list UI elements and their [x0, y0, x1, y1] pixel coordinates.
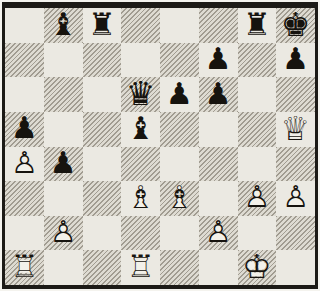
square-a8: [5, 8, 44, 43]
square-f4: [199, 147, 238, 182]
square-c2: [83, 216, 122, 251]
square-h6: [276, 77, 296, 112]
square-f2: ♟♙: [199, 216, 238, 251]
white-pawn-piece: ♟♙: [44, 216, 83, 251]
square-g8: ♜: [238, 8, 277, 43]
white-pawn-piece: ♟♙: [5, 147, 44, 182]
square-d5: ♝: [121, 112, 160, 147]
square-e2: [160, 216, 199, 251]
square-e4: [160, 147, 199, 182]
square-g7: [238, 43, 277, 78]
square-c5: [83, 112, 122, 147]
square-d6: ♛: [121, 77, 160, 112]
square-g3: ♟♙: [238, 181, 277, 216]
square-g1: ♚♔: [238, 250, 277, 285]
square-e7: [160, 43, 199, 78]
black-king-piece: ♚: [276, 8, 296, 43]
square-h4: [276, 147, 296, 182]
square-h8: ♚: [276, 8, 296, 43]
square-a5: ♟: [5, 112, 44, 147]
square-b8: ♝: [44, 8, 83, 43]
square-f7: ♟: [199, 43, 238, 78]
square-d7: [121, 43, 160, 78]
black-pawn-piece: ♟: [276, 43, 296, 78]
square-a3: [5, 181, 44, 216]
square-a6: [5, 77, 44, 112]
black-queen-piece: ♛: [121, 77, 160, 112]
square-a4: ♟♙: [5, 147, 44, 182]
square-c4: [83, 147, 122, 182]
square-h1: [276, 250, 296, 285]
square-f8: [199, 8, 238, 43]
square-h5: ♛♕: [276, 112, 296, 147]
black-pawn-piece: ♟: [199, 77, 238, 112]
white-rook-piece: ♜♖: [121, 250, 160, 285]
board-frame: ♝♜♜♚♟♟♛♟♟♟♝♛♕♟♙♟♝♗♝♗♟♙♟♙♟♙♟♙♜♖♜♖♚♔: [2, 2, 296, 289]
black-pawn-piece: ♟: [44, 147, 83, 182]
chess-diagram: ♝♜♜♚♟♟♛♟♟♟♝♛♕♟♙♟♝♗♝♗♟♙♟♙♟♙♟♙♜♖♜♖♚♔: [0, 0, 296, 291]
white-bishop-piece: ♝♗: [160, 181, 199, 216]
white-pawn-piece: ♟♙: [276, 181, 296, 216]
square-a7: [5, 43, 44, 78]
white-pawn-piece: ♟♙: [199, 216, 238, 251]
square-c1: [83, 250, 122, 285]
square-e5: [160, 112, 199, 147]
square-c6: [83, 77, 122, 112]
white-rook-piece: ♜♖: [5, 250, 44, 285]
square-h2: [276, 216, 296, 251]
white-queen-piece: ♛♕: [276, 112, 296, 147]
square-d4: [121, 147, 160, 182]
square-c3: [83, 181, 122, 216]
square-f6: ♟: [199, 77, 238, 112]
white-king-piece: ♚♔: [238, 250, 277, 285]
square-b1: [44, 250, 83, 285]
black-rook-piece: ♜: [83, 8, 122, 43]
square-e3: ♝♗: [160, 181, 199, 216]
square-c7: [83, 43, 122, 78]
square-a2: [5, 216, 44, 251]
square-b2: ♟♙: [44, 216, 83, 251]
square-g5: [238, 112, 277, 147]
square-f1: [199, 250, 238, 285]
square-b3: [44, 181, 83, 216]
square-e1: [160, 250, 199, 285]
black-pawn-piece: ♟: [160, 77, 199, 112]
square-g2: [238, 216, 277, 251]
square-h3: ♟♙: [276, 181, 296, 216]
square-f3: [199, 181, 238, 216]
square-d1: ♜♖: [121, 250, 160, 285]
square-b7: [44, 43, 83, 78]
white-bishop-piece: ♝♗: [121, 181, 160, 216]
square-g6: [238, 77, 277, 112]
square-d3: ♝♗: [121, 181, 160, 216]
square-a1: ♜♖: [5, 250, 44, 285]
black-rook-piece: ♜: [238, 8, 277, 43]
square-e6: ♟: [160, 77, 199, 112]
white-pawn-piece: ♟♙: [238, 181, 277, 216]
square-b6: [44, 77, 83, 112]
square-d2: [121, 216, 160, 251]
square-b5: [44, 112, 83, 147]
square-d8: [121, 8, 160, 43]
square-g4: [238, 147, 277, 182]
black-bishop-piece: ♝: [44, 8, 83, 43]
square-f5: [199, 112, 238, 147]
square-b4: ♟: [44, 147, 83, 182]
square-e8: [160, 8, 199, 43]
black-pawn-piece: ♟: [5, 112, 44, 147]
square-h7: ♟: [276, 43, 296, 78]
black-pawn-piece: ♟: [199, 43, 238, 78]
black-bishop-piece: ♝: [121, 112, 160, 147]
square-c8: ♜: [83, 8, 122, 43]
chess-board: ♝♜♜♚♟♟♛♟♟♟♝♛♕♟♙♟♝♗♝♗♟♙♟♙♟♙♟♙♜♖♜♖♚♔: [5, 8, 296, 285]
